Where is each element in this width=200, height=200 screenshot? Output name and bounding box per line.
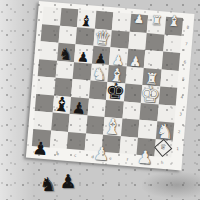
square-e7[interactable] [110,30,129,49]
rank-label-8: 8 [186,25,189,29]
white-king-g4[interactable]: ♚ [140,83,162,107]
file-label-e: e [109,156,112,160]
white-queen-d7[interactable]: ♛ [93,29,111,49]
rank-label-3: 3 [179,112,182,116]
white-bishop-border-h8[interactable]: ♝ [167,13,181,29]
rank-label-2: 2 [178,130,181,134]
white-pawn-border-g1[interactable]: ♟ [136,148,153,167]
chess-board-mat: abcdefgh 87654321 ♕ ♝♛♞♟♟♟♟♞♝♜♚♚♝♟♝♞♟♜♝♟… [26,1,195,171]
black-king-e4[interactable]: ♚ [105,80,127,104]
square-g6[interactable] [144,50,163,69]
square-b7[interactable] [58,25,77,44]
white-knight-h2[interactable]: ♞ [155,121,174,142]
square-c4[interactable] [71,79,90,98]
rank-label-5: 5 [182,78,185,82]
square-g2[interactable] [138,120,157,139]
white-rook-border-g8[interactable]: ♜ [150,14,162,27]
rank-label-7: 7 [185,43,188,47]
file-label-h: h [161,161,164,165]
square-a3[interactable] [35,94,54,113]
square-f3[interactable] [122,101,141,120]
black-bishop-b3[interactable]: ♝ [52,95,71,116]
black-pawn-c3[interactable]: ♟ [71,100,86,117]
square-a2[interactable] [33,111,52,130]
square-b1[interactable] [49,130,68,149]
square-a4[interactable] [36,76,55,95]
white-bishop-e2[interactable]: ♝ [102,116,122,138]
square-f7[interactable] [128,31,147,50]
black-pawn-c6[interactable]: ♟ [77,50,90,64]
white-pawn-border-f8[interactable]: ♟ [133,13,144,26]
table-smudge [142,172,200,198]
square-e8[interactable] [112,12,131,31]
captured-black-knight[interactable]: ♞ [39,175,56,194]
rank-label-6: 6 [183,60,186,64]
captured-black-pawn[interactable]: ♟ [59,172,76,191]
square-g7[interactable] [145,33,164,52]
square-a5[interactable] [38,59,57,78]
file-label-f: f [126,158,128,162]
black-knight-b6[interactable]: ♞ [58,46,74,63]
crown-icon: ♕ [160,144,167,152]
rank-label-1: 1 [176,147,179,151]
square-h7[interactable] [163,34,182,53]
square-h5[interactable] [160,69,179,88]
square-f1[interactable] [119,136,138,155]
table-surface [0,0,34,200]
square-a6[interactable] [39,41,58,60]
square-h6[interactable] [161,52,180,71]
rank-label-4: 4 [181,95,184,99]
square-a8[interactable] [42,6,61,25]
square-f2[interactable] [121,118,140,137]
white-pawn-f6[interactable]: ♟ [129,54,142,68]
black-bishop-c8[interactable]: ♝ [79,13,94,29]
square-a7[interactable] [41,24,60,43]
white-knight-d5[interactable]: ♞ [91,65,108,83]
white-pawn-border-e1[interactable]: ♟ [93,145,110,164]
file-label-b: b [56,152,59,156]
black-pawn-border-a1[interactable]: ♟ [32,140,49,159]
square-c5[interactable] [73,62,92,81]
square-h4[interactable] [158,86,177,105]
file-label-c: c [74,153,77,157]
square-c1[interactable] [67,131,86,150]
square-b8[interactable] [60,8,79,27]
